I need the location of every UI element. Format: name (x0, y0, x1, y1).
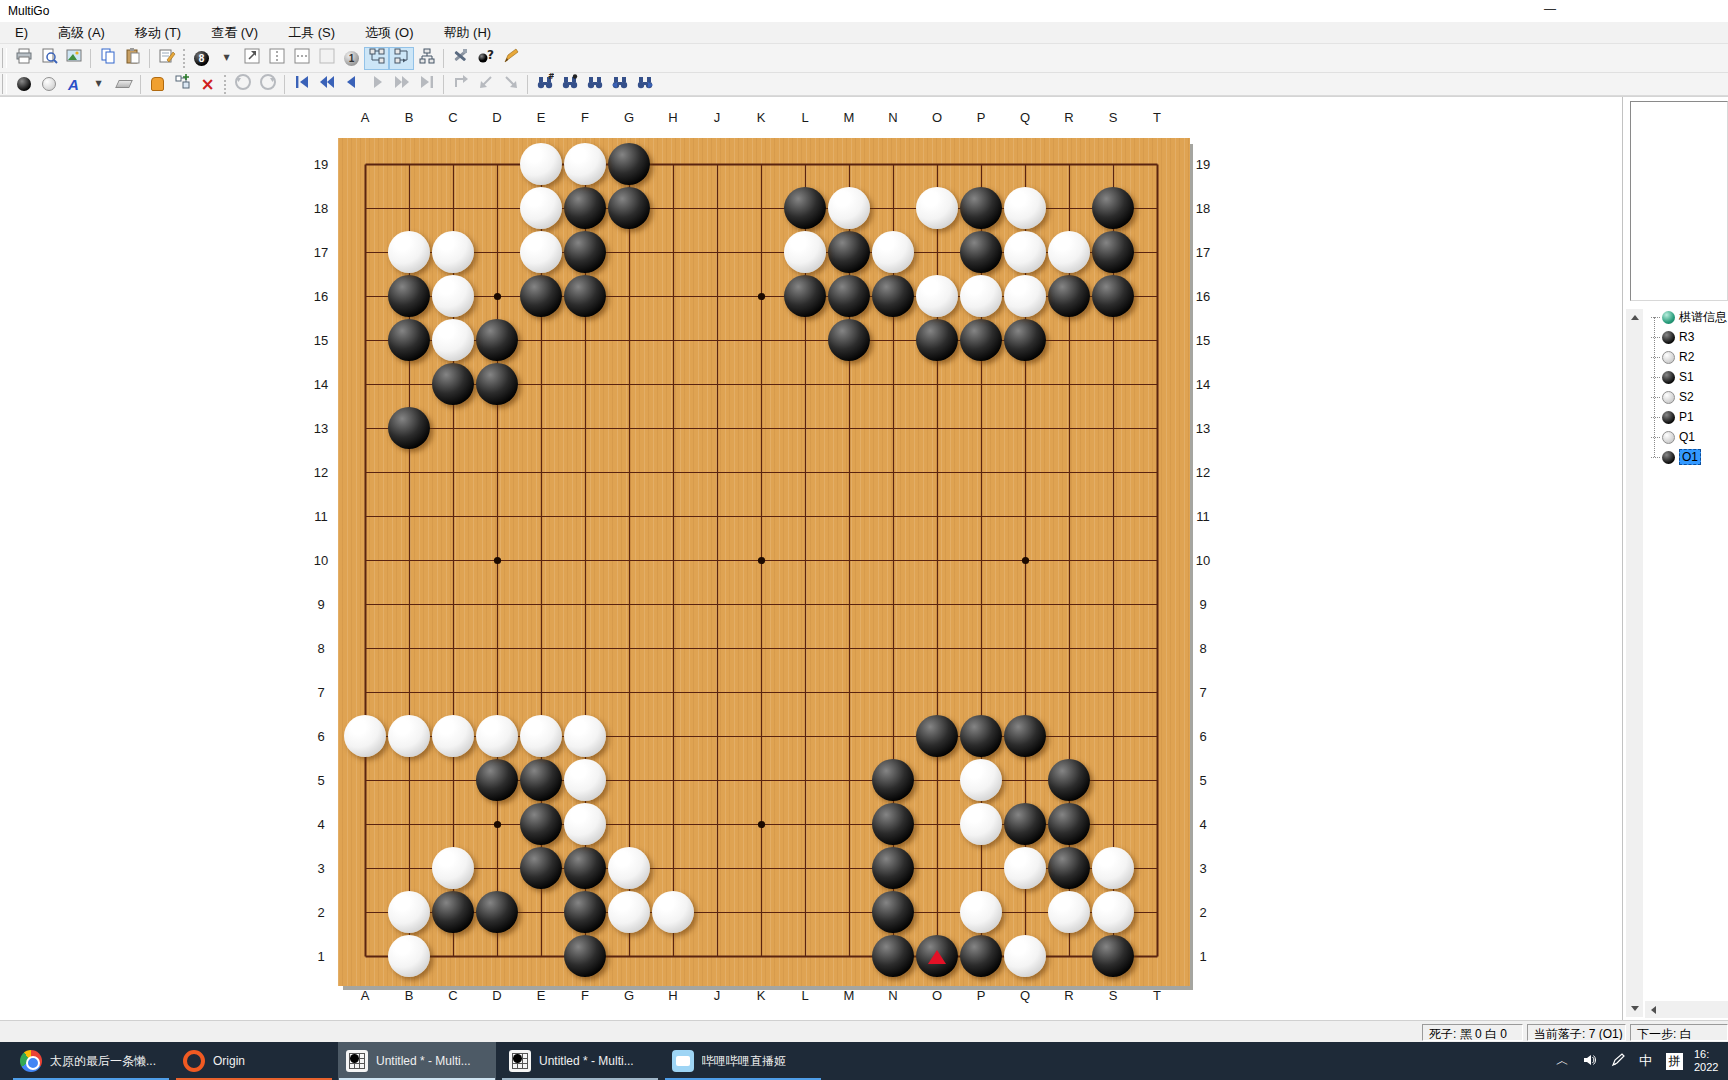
white-stone-D6[interactable] (476, 715, 518, 757)
black-stone-node-icon (1662, 331, 1675, 344)
export-image-icon (65, 47, 83, 69)
game-info-icon (158, 47, 176, 69)
tree-branch-stub (1651, 317, 1660, 318)
row-label-right-7: 7 (1199, 685, 1206, 700)
black-stone-B13[interactable] (388, 407, 430, 449)
tree-branch-stub (1651, 377, 1660, 378)
menu-item-3[interactable]: 查看 (V) (196, 22, 273, 44)
row-label-right-10: 10 (1196, 553, 1210, 568)
col-label-bottom-O: O (932, 988, 942, 1003)
black-stone-Q15[interactable] (1004, 319, 1046, 361)
white-stone-P4[interactable] (960, 803, 1002, 845)
game-info-button[interactable] (154, 47, 179, 70)
white-stone-B1[interactable] (388, 935, 430, 977)
black-stone-F16[interactable] (564, 275, 606, 317)
white-stone-Q16[interactable] (1004, 275, 1046, 317)
tree-branch-stub (1651, 337, 1660, 338)
white-stone-E19[interactable] (520, 143, 562, 185)
tree-move-1-R3[interactable]: R3 (1645, 327, 1728, 347)
board-view: AABBCCDDEEFFGGHHJJKKLLMMNNOOPPQQRRSSTT19… (0, 96, 1728, 1020)
paste-button[interactable] (120, 47, 145, 70)
row-label-left-6: 6 (317, 729, 324, 744)
black-stone-E5[interactable] (520, 759, 562, 801)
eraser-button[interactable] (111, 73, 136, 96)
hand-move-button[interactable] (145, 73, 170, 96)
tree-move-3-S1[interactable]: S1 (1645, 367, 1728, 387)
col-label-top-B: B (405, 110, 414, 125)
tree-node-label: R3 (1679, 330, 1694, 344)
black-stone-B15[interactable] (388, 319, 430, 361)
rotate-left-icon (234, 73, 252, 95)
move-tree-panel[interactable]: 棋谱信息R3R2S1S2P1Q1O1 (1645, 307, 1728, 999)
white-stone-E17[interactable] (520, 231, 562, 273)
black-stone-C2[interactable] (432, 891, 474, 933)
paste-icon (124, 47, 142, 69)
branch-next-icon (502, 73, 520, 95)
nav-back-10-icon (318, 73, 336, 95)
tree-node-label: 棋谱信息 (1679, 309, 1727, 326)
black-stone-Q6[interactable] (1004, 715, 1046, 757)
tree-vertical-scrollbar[interactable] (1626, 309, 1643, 1017)
row-label-left-1: 1 (317, 949, 324, 964)
add-node-button[interactable] (170, 73, 195, 96)
black-stone-N1[interactable] (872, 935, 914, 977)
black-stone-R4[interactable] (1048, 803, 1090, 845)
tools-button[interactable] (448, 47, 473, 70)
col-label-top-F: F (581, 110, 589, 125)
print-preview-button[interactable] (36, 47, 61, 70)
white-stone-H2[interactable] (652, 891, 694, 933)
black-stone-S18[interactable] (1092, 187, 1134, 229)
find-move-number-button[interactable]: # (532, 73, 557, 96)
col-label-top-R: R (1064, 110, 1073, 125)
tree-node-label: S2 (1679, 390, 1694, 404)
col-label-bottom-Q: Q (1020, 988, 1030, 1003)
row-label-right-13: 13 (1196, 421, 1210, 436)
menu-item-1[interactable]: 高级 (A) (43, 22, 120, 44)
nav-first-button[interactable] (289, 73, 314, 96)
nav-back-button[interactable] (339, 73, 364, 96)
black-stone-node-icon (1662, 371, 1675, 384)
tree-horizontal-scrollbar[interactable] (1645, 1001, 1728, 1018)
black-stone-F18[interactable] (564, 187, 606, 229)
row-label-right-16: 16 (1196, 289, 1210, 304)
menu-item-6[interactable]: 帮助 (H) (428, 22, 506, 44)
black-stone-M15[interactable] (828, 319, 870, 361)
col-label-bottom-P: P (977, 988, 986, 1003)
svg-text:#: # (548, 73, 554, 81)
black-stone-R3[interactable] (1048, 847, 1090, 889)
white-stone-A6[interactable] (344, 715, 386, 757)
nav-back-icon (343, 73, 361, 95)
row-label-left-10: 10 (314, 553, 328, 568)
status-next-turn: 下一步: 白 (1630, 1024, 1728, 1041)
copy-icon (99, 47, 117, 69)
col-label-bottom-H: H (668, 988, 677, 1003)
nav-first-icon (293, 73, 311, 95)
move-numbers-icon: 8 (194, 51, 209, 66)
print-icon (15, 47, 33, 69)
row-label-right-18: 18 (1196, 201, 1210, 216)
black-stone-D5[interactable] (476, 759, 518, 801)
white-stone-F19[interactable] (564, 143, 606, 185)
tray-pen-icon[interactable] (1611, 1053, 1625, 1070)
tree-node-label: O1 (1679, 449, 1701, 465)
add-node-icon (174, 73, 192, 95)
white-stone-node-icon (1662, 351, 1675, 364)
nav-forward-button (364, 73, 389, 96)
toolbar-separator (90, 49, 91, 68)
black-stone-N16[interactable] (872, 275, 914, 317)
nav-back-10-button[interactable] (314, 73, 339, 96)
move-numbers-button[interactable]: 8 (189, 47, 214, 70)
white-stone-R2[interactable] (1048, 891, 1090, 933)
tree-layout-list-icon (393, 47, 411, 69)
whats-this-button[interactable]: ? (473, 47, 498, 70)
row-label-right-3: 3 (1199, 861, 1206, 876)
tree-node-label: P1 (1679, 410, 1694, 424)
black-stone-P15[interactable] (960, 319, 1002, 361)
tree-move-7-O1[interactable]: O1 (1645, 447, 1728, 467)
white-stone-P16[interactable] (960, 275, 1002, 317)
taskbar-item-label: 太原的最后一条懒... (50, 1053, 156, 1070)
move-numbers-dropdown-icon: ▼ (223, 54, 229, 62)
col-label-bottom-C: C (448, 988, 457, 1003)
col-label-bottom-N: N (888, 988, 897, 1003)
black-stone-F1[interactable] (564, 935, 606, 977)
toolbar-separator (140, 75, 141, 94)
taskbar-item-label: 哔哩哔哩直播姬 (702, 1053, 786, 1070)
col-label-top-E: E (537, 110, 546, 125)
marker-vertical-icon (268, 47, 286, 69)
col-label-top-M: M (844, 110, 855, 125)
export-image-button[interactable] (61, 47, 86, 70)
multigo-icon (509, 1050, 531, 1072)
black-stone-node-icon (1662, 411, 1675, 424)
white-stone-B6[interactable] (388, 715, 430, 757)
nav-forward-icon (368, 73, 386, 95)
black-stone-N4[interactable] (872, 803, 914, 845)
branch-next-button (498, 73, 523, 96)
black-stone-R5[interactable] (1048, 759, 1090, 801)
black-stone-E4[interactable] (520, 803, 562, 845)
black-stone-L18[interactable] (784, 187, 826, 229)
black-stone-S1[interactable] (1092, 935, 1134, 977)
black-stone-D14[interactable] (476, 363, 518, 405)
marker-blank-button[interactable] (314, 47, 339, 70)
black-stone-O1[interactable] (916, 935, 958, 977)
toolbar-separator (224, 75, 226, 94)
find-prev-button[interactable] (607, 73, 632, 96)
white-stone-O18[interactable] (916, 187, 958, 229)
row-label-right-19: 19 (1196, 157, 1210, 172)
toolbar-separator (443, 75, 444, 94)
status-captures: 死子: 黑 0 白 0 (1422, 1024, 1523, 1041)
status-bar: 死子: 黑 0 白 0 当前落子: 7 (O1) 下一步: 白 (0, 1020, 1728, 1042)
menu-item-2[interactable]: 移动 (T) (120, 22, 196, 44)
place-black-stone-button[interactable] (11, 73, 36, 96)
minimize-button[interactable]: — (1538, 2, 1562, 20)
row-label-right-6: 6 (1199, 729, 1206, 744)
black-stone-F2[interactable] (564, 891, 606, 933)
marker-blank-icon (318, 47, 336, 69)
black-stone-C14[interactable] (432, 363, 474, 405)
toolbar-separator (284, 75, 285, 94)
col-label-bottom-A: A (361, 988, 370, 1003)
col-label-bottom-S: S (1109, 988, 1118, 1003)
white-stone-C16[interactable] (432, 275, 474, 317)
find-next-icon (636, 73, 654, 95)
black-stone-E16[interactable] (520, 275, 562, 317)
row-label-left-12: 12 (314, 465, 328, 480)
black-stone-Q4[interactable] (1004, 803, 1046, 845)
find-move-number-icon: # (536, 73, 554, 95)
black-stone-O6[interactable] (916, 715, 958, 757)
row-label-right-5: 5 (1199, 773, 1206, 788)
menu-item-0[interactable]: E) (0, 22, 43, 44)
delete-node-button[interactable]: × (195, 73, 220, 96)
white-stone-C6[interactable] (432, 715, 474, 757)
black-stone-F17[interactable] (564, 231, 606, 273)
row-label-left-7: 7 (317, 685, 324, 700)
row-label-left-17: 17 (314, 245, 328, 260)
taskbar-item-bilibili[interactable]: 哔哩哔哩直播姬 (664, 1042, 822, 1080)
tray-chevron-icon[interactable]: ︿ (1556, 1052, 1569, 1070)
row-label-right-1: 1 (1199, 949, 1206, 964)
tree-move-2-R2[interactable]: R2 (1645, 347, 1728, 367)
white-stone-C17[interactable] (432, 231, 474, 273)
tray-speaker-icon[interactable] (1583, 1053, 1597, 1070)
white-stone-F4[interactable] (564, 803, 606, 845)
col-label-bottom-F: F (581, 988, 589, 1003)
edit-brush-icon (502, 47, 520, 69)
scroll-left-icon[interactable] (1645, 1001, 1662, 1018)
nav-forward-10-icon (393, 73, 411, 95)
find-button[interactable] (582, 73, 607, 96)
taskbar-item-label: Untitled * - Multi... (376, 1054, 471, 1068)
toolbar-grip (2, 74, 7, 94)
taskbar-item-chrome[interactable]: 太原的最后一条懒... (12, 1042, 170, 1080)
row-label-left-4: 4 (317, 817, 324, 832)
white-stone-S3[interactable] (1092, 847, 1134, 889)
col-label-bottom-T: T (1153, 988, 1161, 1003)
row-label-right-4: 4 (1199, 817, 1206, 832)
black-stone-P6[interactable] (960, 715, 1002, 757)
black-stone-N2[interactable] (872, 891, 914, 933)
row-label-right-11: 11 (1196, 509, 1210, 524)
panel-splitter[interactable] (1622, 97, 1623, 1021)
black-stone-F3[interactable] (564, 847, 606, 889)
copy-button[interactable] (95, 47, 120, 70)
col-label-bottom-L: L (801, 988, 808, 1003)
delete-node-icon: × (200, 76, 214, 93)
col-label-bottom-K: K (757, 988, 766, 1003)
find-icon (586, 73, 604, 95)
white-stone-Q1[interactable] (1004, 935, 1046, 977)
white-stone-S2[interactable] (1092, 891, 1134, 933)
black-stone-E3[interactable] (520, 847, 562, 889)
black-stone-P1[interactable] (960, 935, 1002, 977)
black-stone-N5[interactable] (872, 759, 914, 801)
toolbar-grip (2, 48, 7, 68)
black-stone-G19[interactable] (608, 143, 650, 185)
col-label-top-Q: Q (1020, 110, 1030, 125)
col-label-top-C: C (448, 110, 457, 125)
marker-vertical-button[interactable] (264, 47, 289, 70)
comment-panel[interactable] (1630, 101, 1728, 301)
branch-prev-button (473, 73, 498, 96)
black-stone-P17[interactable] (960, 231, 1002, 273)
title-bar: MultiGo — (0, 0, 1728, 22)
taskbar-item-multigo[interactable]: Untitled * - Multi... (338, 1042, 496, 1080)
tray-clock[interactable]: 16: 2022 (1694, 1048, 1728, 1074)
black-stone-L16[interactable] (784, 275, 826, 317)
number-style-button[interactable]: 1 (339, 47, 364, 70)
col-label-top-O: O (932, 110, 942, 125)
label-letter-button[interactable]: A (61, 73, 86, 96)
white-stone-L17[interactable] (784, 231, 826, 273)
print-preview-icon (40, 47, 58, 69)
rotate-right-icon (259, 73, 277, 95)
black-stone-O15[interactable] (916, 319, 958, 361)
col-label-top-N: N (888, 110, 897, 125)
tray-ime-icon[interactable]: 中 (1639, 1052, 1652, 1070)
menu-item-5[interactable]: 选项 (O) (350, 22, 428, 44)
eraser-icon (115, 80, 133, 88)
black-stone-B16[interactable] (388, 275, 430, 317)
taskbar-item-origin[interactable]: Origin (175, 1042, 333, 1080)
nav-last-icon (418, 73, 436, 95)
system-tray: ︿ 中 拼 16: 2022 (1549, 1042, 1728, 1080)
edit-brush-button[interactable] (498, 47, 523, 70)
scroll-down-icon[interactable] (1626, 1000, 1643, 1017)
window-title: MultiGo (8, 4, 49, 18)
tools-icon (452, 47, 470, 69)
find-next-button[interactable] (632, 73, 657, 96)
tree-layout-list-button[interactable] (389, 47, 414, 70)
black-stone-S16[interactable] (1092, 275, 1134, 317)
row-label-left-9: 9 (317, 597, 324, 612)
tree-move-5-P1[interactable]: P1 (1645, 407, 1728, 427)
black-stone-P18[interactable] (960, 187, 1002, 229)
taskbar-item-label: Untitled * - Multi... (539, 1054, 634, 1068)
white-stone-F5[interactable] (564, 759, 606, 801)
white-stone-G3[interactable] (608, 847, 650, 889)
multigo-window: MultiGo — E)高级 (A)移动 (T)查看 (V)工具 (S)选项 (… (0, 0, 1728, 1080)
col-label-top-L: L (801, 110, 808, 125)
taskbar-item-multigo-2[interactable]: Untitled * - Multi... (501, 1042, 659, 1080)
col-label-top-K: K (757, 110, 766, 125)
toolbar-separator (527, 75, 528, 94)
svg-text:?: ? (487, 48, 494, 62)
print-button[interactable] (11, 47, 36, 70)
white-stone-Q3[interactable] (1004, 847, 1046, 889)
pass-move-button[interactable] (239, 47, 264, 70)
white-stone-F6[interactable] (564, 715, 606, 757)
white-stone-R17[interactable] (1048, 231, 1090, 273)
row-label-left-19: 19 (314, 157, 328, 172)
rotate-right-button (255, 73, 280, 96)
toolbar-separator (149, 49, 150, 68)
white-stone-P5[interactable] (960, 759, 1002, 801)
menu-item-4[interactable]: 工具 (S) (273, 22, 350, 44)
black-stone-G18[interactable] (608, 187, 650, 229)
black-stone-node-icon (1662, 451, 1675, 464)
tree-layout-graph-button[interactable] (364, 47, 389, 70)
col-label-top-P: P (977, 110, 986, 125)
label-dropdown-button[interactable]: ▼ (86, 73, 111, 96)
row-label-right-17: 17 (1196, 245, 1210, 260)
row-label-left-2: 2 (317, 905, 324, 920)
place-white-stone-button[interactable] (36, 73, 61, 96)
marker-horizontal-button[interactable] (289, 47, 314, 70)
tree-node-label: S1 (1679, 370, 1694, 384)
row-label-left-11: 11 (314, 509, 328, 524)
white-stone-Q18[interactable] (1004, 187, 1046, 229)
col-label-top-H: H (668, 110, 677, 125)
row-label-left-14: 14 (314, 377, 328, 392)
branch-prev-icon (477, 73, 495, 95)
black-stone-M17[interactable] (828, 231, 870, 273)
toolbar-edit: A▼×# (0, 73, 1728, 96)
white-stone-O16[interactable] (916, 275, 958, 317)
multigo-icon (346, 1050, 368, 1072)
scroll-up-icon[interactable] (1626, 309, 1643, 326)
white-stone-B2[interactable] (388, 891, 430, 933)
white-stone-P2[interactable] (960, 891, 1002, 933)
tree-move-6-Q1[interactable]: Q1 (1645, 427, 1728, 447)
white-stone-E6[interactable] (520, 715, 562, 757)
black-stone-R16[interactable] (1048, 275, 1090, 317)
white-stone-Q17[interactable] (1004, 231, 1046, 273)
menu-bar: E)高级 (A)移动 (T)查看 (V)工具 (S)选项 (O)帮助 (H) (0, 22, 1728, 44)
white-stone-G2[interactable] (608, 891, 650, 933)
black-stone-D2[interactable] (476, 891, 518, 933)
black-stone-M16[interactable] (828, 275, 870, 317)
tree-move-4-S2[interactable]: S2 (1645, 387, 1728, 407)
game-info-node-icon (1662, 311, 1675, 324)
col-label-bottom-B: B (405, 988, 414, 1003)
black-stone-D15[interactable] (476, 319, 518, 361)
row-label-left-15: 15 (314, 333, 328, 348)
whats-this-icon: ? (477, 47, 495, 69)
tree-branch-stub (1651, 437, 1660, 438)
bilibili-icon (672, 1050, 694, 1072)
col-label-bottom-M: M (844, 988, 855, 1003)
row-label-right-12: 12 (1196, 465, 1210, 480)
tree-node-label: Q1 (1679, 430, 1695, 444)
pass-move-icon (243, 47, 261, 69)
white-stone-B17[interactable] (388, 231, 430, 273)
white-stone-N17[interactable] (872, 231, 914, 273)
col-label-top-G: G (624, 110, 634, 125)
black-stone-N3[interactable] (872, 847, 914, 889)
white-stone-M18[interactable] (828, 187, 870, 229)
black-stone-S17[interactable] (1092, 231, 1134, 273)
chrome-icon (20, 1050, 42, 1072)
white-stone-E18[interactable] (520, 187, 562, 229)
tree-layout-compact-button[interactable] (414, 47, 439, 70)
white-stone-C15[interactable] (432, 319, 474, 361)
number-style-icon: 1 (344, 51, 359, 66)
tree-root-game-info[interactable]: 棋谱信息 (1645, 307, 1728, 327)
move-numbers-dropdown-button[interactable]: ▼ (214, 47, 239, 70)
row-label-left-3: 3 (317, 861, 324, 876)
find-marked-button[interactable] (557, 73, 582, 96)
tray-pinyin-icon[interactable]: 拼 (1666, 1053, 1683, 1070)
clock-date: 2022 (1694, 1061, 1728, 1074)
white-stone-C3[interactable] (432, 847, 474, 889)
